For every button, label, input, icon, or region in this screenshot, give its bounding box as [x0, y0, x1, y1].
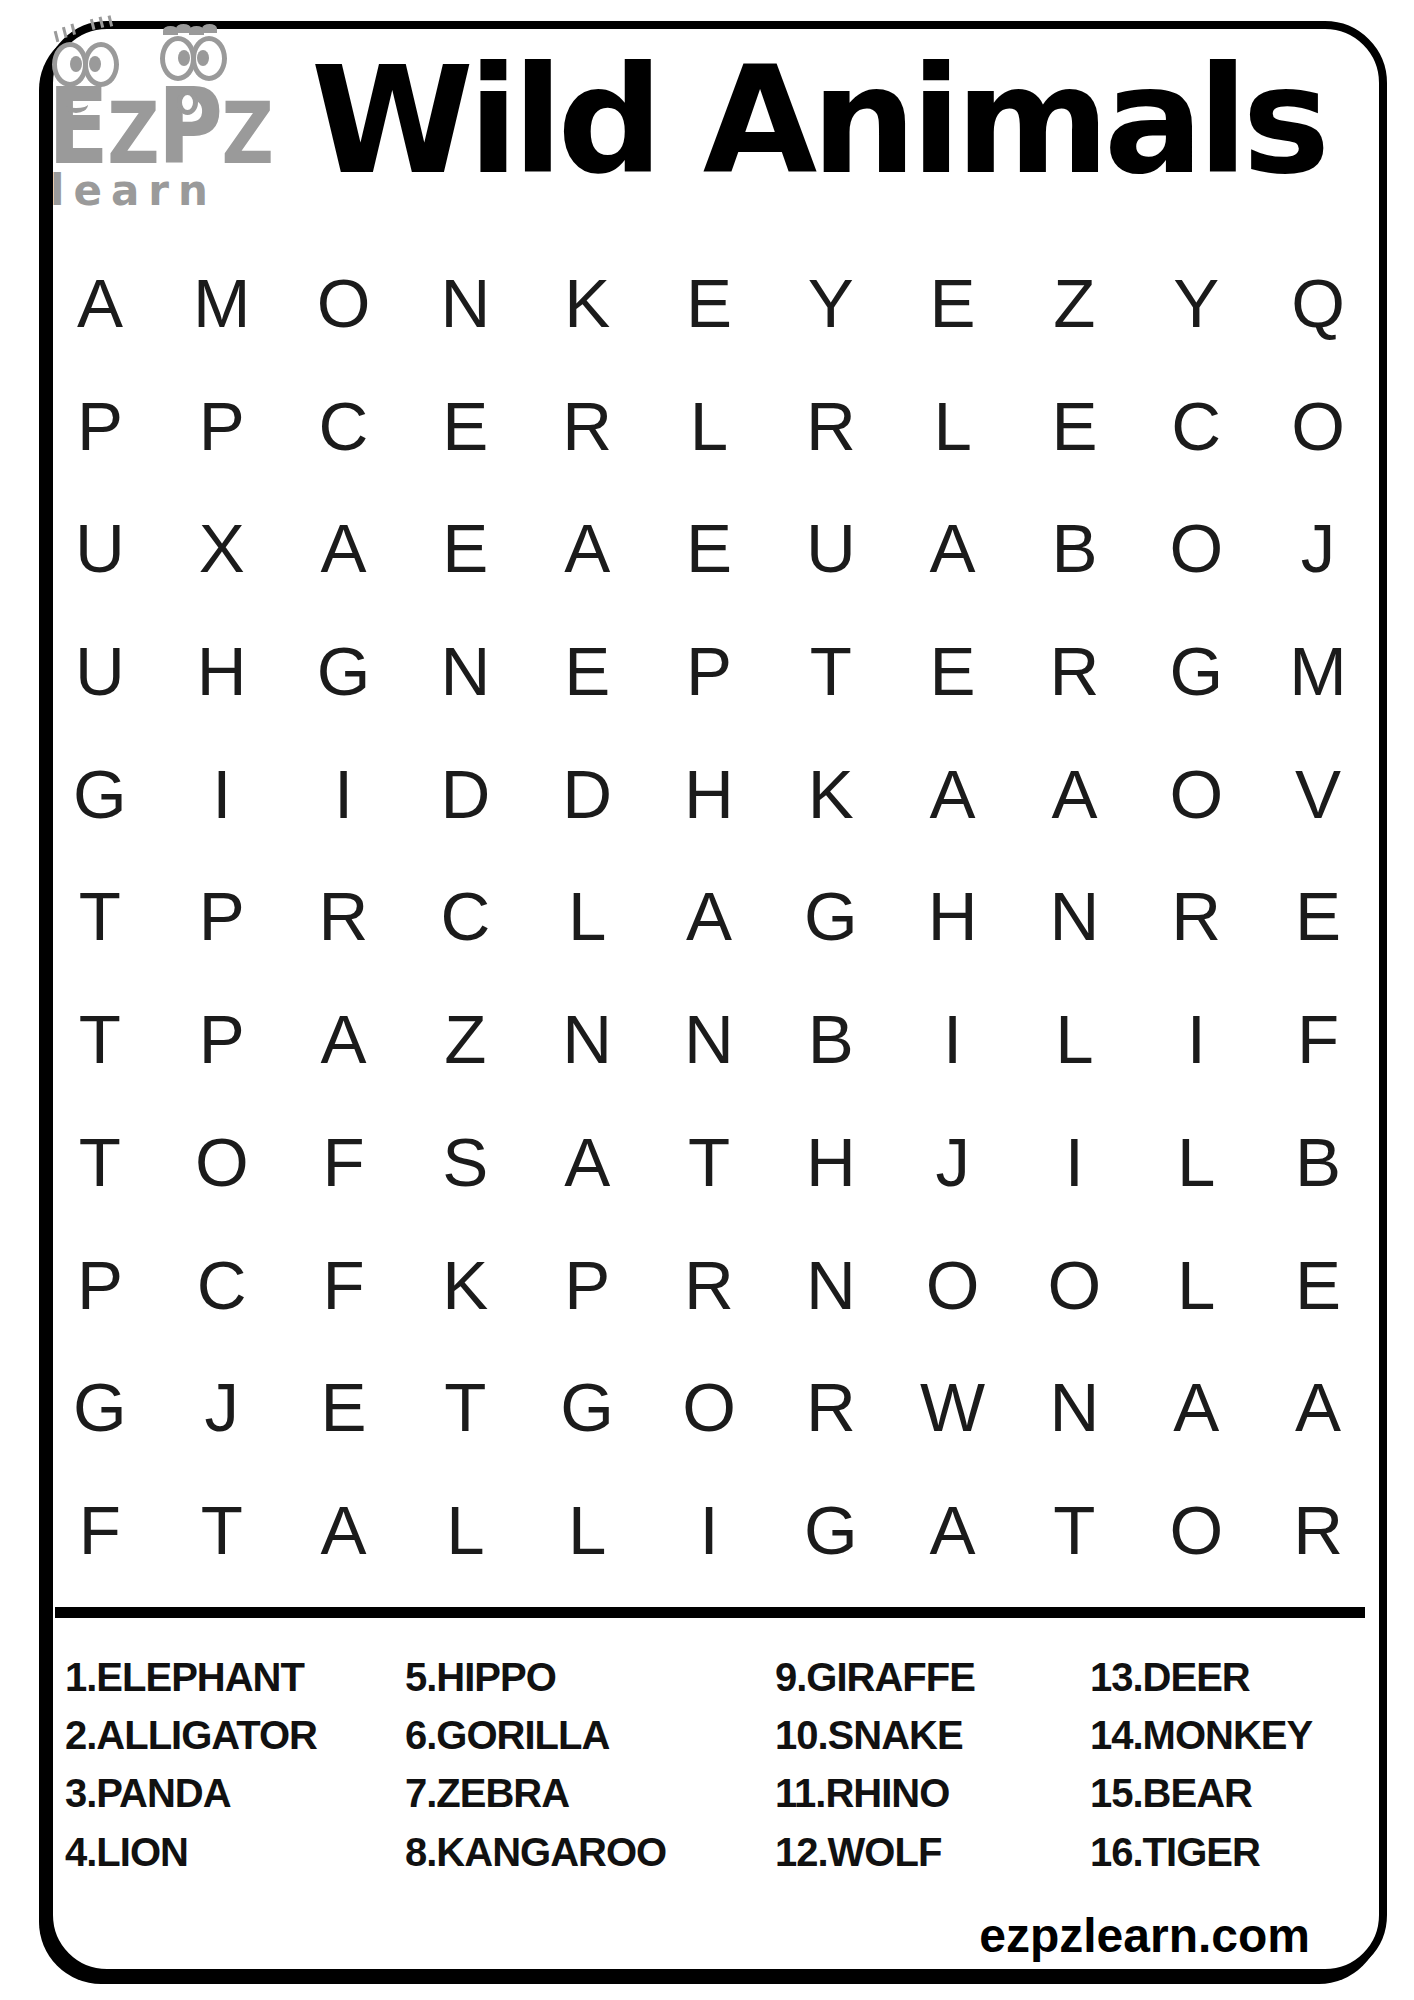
grid-cell-r9c11[interactable]: E: [1257, 1224, 1379, 1347]
grid-cell-r6c2[interactable]: P: [161, 856, 283, 979]
word-list-item[interactable]: 14.MONKEY: [1090, 1706, 1365, 1764]
ezpz-logo: EZPZ learn: [48, 28, 308, 213]
grid-cell-r10c1[interactable]: G: [39, 1347, 161, 1470]
grid-cell-r4c8[interactable]: E: [892, 610, 1014, 733]
grid-cell-r3c10[interactable]: O: [1135, 487, 1257, 610]
word-list-item[interactable]: 16.TIGER: [1090, 1823, 1365, 1881]
grid-cell-r8c10[interactable]: L: [1135, 1101, 1257, 1224]
grid-cell-r1c9[interactable]: Z: [1014, 242, 1136, 365]
grid-cell-r3c1[interactable]: U: [39, 487, 161, 610]
grid-cell-r9c10[interactable]: L: [1135, 1224, 1257, 1347]
grid-cell-r4c4[interactable]: N: [404, 610, 526, 733]
grid-cell-r10c2[interactable]: J: [161, 1347, 283, 1470]
word-list: 1.ELEPHANT2.ALLIGATOR3.PANDA4.LION 5.HIP…: [65, 1648, 1365, 1881]
grid-cell-r6c11[interactable]: E: [1257, 856, 1379, 979]
grid-cell-r9c1[interactable]: P: [39, 1224, 161, 1347]
grid-cell-r5c10[interactable]: O: [1135, 733, 1257, 856]
grid-cell-r10c5[interactable]: G: [526, 1347, 648, 1470]
grid-cell-r3c7[interactable]: U: [770, 487, 892, 610]
grid-cell-r7c5[interactable]: N: [526, 978, 648, 1101]
grid-cell-r6c9[interactable]: N: [1014, 856, 1136, 979]
eye-icon: [83, 42, 119, 87]
grid-cell-r6c3[interactable]: R: [283, 856, 405, 979]
grid-cell-r3c11[interactable]: J: [1257, 487, 1379, 610]
grid-cell-r8c3[interactable]: F: [283, 1101, 405, 1224]
grid-cell-r1c1[interactable]: A: [39, 242, 161, 365]
word-list-column-2: 5.HIPPO6.GORILLA7.ZEBRA8.KANGAROO: [405, 1648, 775, 1881]
grid-cell-r11c5[interactable]: L: [526, 1469, 648, 1592]
word-list-item[interactable]: 2.ALLIGATOR: [65, 1706, 405, 1764]
grid-cell-r5c9[interactable]: A: [1014, 733, 1136, 856]
word-list-item[interactable]: 8.KANGAROO: [405, 1823, 775, 1881]
grid-cell-r5c11[interactable]: V: [1257, 733, 1379, 856]
grid-cell-r8c7[interactable]: H: [770, 1101, 892, 1224]
word-list-column-4: 13.DEER14.MONKEY15.BEAR16.TIGER: [1090, 1648, 1365, 1881]
grid-cell-r2c6[interactable]: L: [648, 365, 770, 488]
grid-cell-r2c9[interactable]: E: [1014, 365, 1136, 488]
grid-cell-r1c11[interactable]: Q: [1257, 242, 1379, 365]
grid-cell-r8c9[interactable]: I: [1014, 1101, 1136, 1224]
grid-cell-r3c4[interactable]: E: [404, 487, 526, 610]
grid-cell-r10c10[interactable]: A: [1135, 1347, 1257, 1470]
grid-cell-r1c6[interactable]: E: [648, 242, 770, 365]
grid-cell-r9c6[interactable]: R: [648, 1224, 770, 1347]
grid-cell-r3c3[interactable]: A: [283, 487, 405, 610]
grid-cell-r9c4[interactable]: K: [404, 1224, 526, 1347]
grid-cell-r2c7[interactable]: R: [770, 365, 892, 488]
grid-cell-r1c3[interactable]: O: [283, 242, 405, 365]
grid-cell-r4c5[interactable]: E: [526, 610, 648, 733]
grid-cell-r4c9[interactable]: R: [1014, 610, 1136, 733]
grid-cell-r5c5[interactable]: D: [526, 733, 648, 856]
grid-cell-r4c10[interactable]: G: [1135, 610, 1257, 733]
grid-cell-r7c9[interactable]: L: [1014, 978, 1136, 1101]
word-list-item[interactable]: 11.RHINO: [775, 1765, 1090, 1823]
grid-cell-r3c2[interactable]: X: [161, 487, 283, 610]
grid-cell-r6c10[interactable]: R: [1135, 856, 1257, 979]
grid-cell-r8c5[interactable]: A: [526, 1101, 648, 1224]
owl-eyes-left-icon: [52, 42, 119, 87]
grid-cell-r7c3[interactable]: A: [283, 978, 405, 1101]
word-list-item[interactable]: 7.ZEBRA: [405, 1765, 775, 1823]
grid-cell-r9c3[interactable]: F: [283, 1224, 405, 1347]
grid-cell-r3c5[interactable]: A: [526, 487, 648, 610]
grid-cell-r2c1[interactable]: P: [39, 365, 161, 488]
grid-cell-r6c5[interactable]: L: [526, 856, 648, 979]
grid-cell-r7c8[interactable]: I: [892, 978, 1014, 1101]
grid-cell-r11c3[interactable]: A: [283, 1469, 405, 1592]
grid-cell-r9c5[interactable]: P: [526, 1224, 648, 1347]
grid-cell-r11c8[interactable]: A: [892, 1469, 1014, 1592]
grid-cell-r3c8[interactable]: A: [892, 487, 1014, 610]
grid-cell-r9c9[interactable]: O: [1014, 1224, 1136, 1347]
grid-cell-r2c4[interactable]: E: [404, 365, 526, 488]
grid-cell-r10c4[interactable]: T: [404, 1347, 526, 1470]
grid-cell-r6c8[interactable]: H: [892, 856, 1014, 979]
grid-cell-r10c3[interactable]: E: [283, 1347, 405, 1470]
grid-cell-r9c2[interactable]: C: [161, 1224, 283, 1347]
grid-cell-r1c10[interactable]: Y: [1135, 242, 1257, 365]
grid-cell-r7c4[interactable]: Z: [404, 978, 526, 1101]
word-list-item[interactable]: 9.GIRAFFE: [775, 1648, 1090, 1706]
grid-cell-r10c11[interactable]: A: [1257, 1347, 1379, 1470]
word-list-item[interactable]: 3.PANDA: [65, 1765, 405, 1823]
grid-cell-r11c1[interactable]: F: [39, 1469, 161, 1592]
grid-cell-r10c8[interactable]: W: [892, 1347, 1014, 1470]
grid-cell-r2c3[interactable]: C: [283, 365, 405, 488]
surprised-mouth-icon: [177, 90, 198, 115]
word-list-column-3: 9.GIRAFFE10.SNAKE11.RHINO12.WOLF: [775, 1648, 1090, 1881]
logo-wordmark: EZPZ: [48, 74, 272, 180]
word-list-item[interactable]: 4.LION: [65, 1823, 405, 1881]
grid-cell-r11c6[interactable]: I: [648, 1469, 770, 1592]
divider-line: [55, 1607, 1365, 1618]
grid-cell-r6c7[interactable]: G: [770, 856, 892, 979]
grid-cell-r4c1[interactable]: U: [39, 610, 161, 733]
grid-cell-r1c8[interactable]: E: [892, 242, 1014, 365]
grid-cell-r11c2[interactable]: T: [161, 1469, 283, 1592]
grid-cell-r11c4[interactable]: L: [404, 1469, 526, 1592]
grid-cell-r4c3[interactable]: G: [283, 610, 405, 733]
grid-cell-r11c11[interactable]: R: [1257, 1469, 1379, 1592]
grid-cell-r2c8[interactable]: L: [892, 365, 1014, 488]
grid-cell-r1c5[interactable]: K: [526, 242, 648, 365]
word-list-item[interactable]: 10.SNAKE: [775, 1706, 1090, 1764]
grid-cell-r2c2[interactable]: P: [161, 365, 283, 488]
grid-cell-r10c7[interactable]: R: [770, 1347, 892, 1470]
grid-cell-r8c11[interactable]: B: [1257, 1101, 1379, 1224]
grid-cell-r7c7[interactable]: B: [770, 978, 892, 1101]
grid-cell-r2c5[interactable]: R: [526, 365, 648, 488]
grid-cell-r4c7[interactable]: T: [770, 610, 892, 733]
grid-cell-r2c11[interactable]: O: [1257, 365, 1379, 488]
grid-cell-r2c10[interactable]: C: [1135, 365, 1257, 488]
grid-cell-r4c6[interactable]: P: [648, 610, 770, 733]
word-list-item[interactable]: 1.ELEPHANT: [65, 1648, 405, 1706]
grid-cell-r8c6[interactable]: T: [648, 1101, 770, 1224]
eye-icon: [191, 36, 227, 81]
word-list-item[interactable]: 15.BEAR: [1090, 1765, 1365, 1823]
grid-cell-r5c3[interactable]: I: [283, 733, 405, 856]
grid-cell-r9c8[interactable]: O: [892, 1224, 1014, 1347]
grid-cell-r7c11[interactable]: F: [1257, 978, 1379, 1101]
grid-cell-r8c8[interactable]: J: [892, 1101, 1014, 1224]
grid-cell-r9c7[interactable]: N: [770, 1224, 892, 1347]
grid-cell-r11c7[interactable]: G: [770, 1469, 892, 1592]
grid-cell-r1c7[interactable]: Y: [770, 242, 892, 365]
grid-cell-r10c9[interactable]: N: [1014, 1347, 1136, 1470]
grid-cell-r1c4[interactable]: N: [404, 242, 526, 365]
grid-cell-r11c10[interactable]: O: [1135, 1469, 1257, 1592]
word-list-item[interactable]: 13.DEER: [1090, 1648, 1365, 1706]
grid-cell-r7c1[interactable]: T: [39, 978, 161, 1101]
grid-cell-r7c6[interactable]: N: [648, 978, 770, 1101]
grid-cell-r5c2[interactable]: I: [161, 733, 283, 856]
grid-cell-r5c7[interactable]: K: [770, 733, 892, 856]
grid-cell-r11c9[interactable]: T: [1014, 1469, 1136, 1592]
word-list-item[interactable]: 12.WOLF: [775, 1823, 1090, 1881]
grid-cell-r10c6[interactable]: O: [648, 1347, 770, 1470]
word-list-column-1: 1.ELEPHANT2.ALLIGATOR3.PANDA4.LION: [65, 1648, 405, 1881]
logo-letter: Z: [221, 83, 272, 183]
grid-cell-r5c4[interactable]: D: [404, 733, 526, 856]
grid-cell-r6c1[interactable]: T: [39, 856, 161, 979]
grid-cell-r8c2[interactable]: O: [161, 1101, 283, 1224]
grid-cell-r7c10[interactable]: I: [1135, 978, 1257, 1101]
page-title: Wild Animals: [300, 44, 1335, 199]
smile-mouth-icon: [64, 96, 88, 113]
owl-eyes-right-icon: [160, 36, 227, 81]
grid-cell-r3c9[interactable]: B: [1014, 487, 1136, 610]
word-list-item[interactable]: 5.HIPPO: [405, 1648, 775, 1706]
word-search-grid: AMONKEYEZYQPPCERLRLECOUXAEAEUABOJUHGNEPT…: [39, 242, 1379, 1592]
grid-cell-r4c2[interactable]: H: [161, 610, 283, 733]
grid-cell-r5c8[interactable]: A: [892, 733, 1014, 856]
grid-cell-r8c1[interactable]: T: [39, 1101, 161, 1224]
logo-subtext: learn: [50, 170, 217, 212]
grid-cell-r5c1[interactable]: G: [39, 733, 161, 856]
word-list-item[interactable]: 6.GORILLA: [405, 1706, 775, 1764]
grid-cell-r5c6[interactable]: H: [648, 733, 770, 856]
grid-cell-r8c4[interactable]: S: [404, 1101, 526, 1224]
grid-cell-r1c2[interactable]: M: [161, 242, 283, 365]
grid-cell-r7c2[interactable]: P: [161, 978, 283, 1101]
grid-cell-r4c11[interactable]: M: [1257, 610, 1379, 733]
grid-cell-r6c4[interactable]: C: [404, 856, 526, 979]
grid-cell-r6c6[interactable]: A: [648, 856, 770, 979]
footer-link[interactable]: ezpzlearn.com: [610, 1908, 1310, 1963]
grid-cell-r3c6[interactable]: E: [648, 487, 770, 610]
